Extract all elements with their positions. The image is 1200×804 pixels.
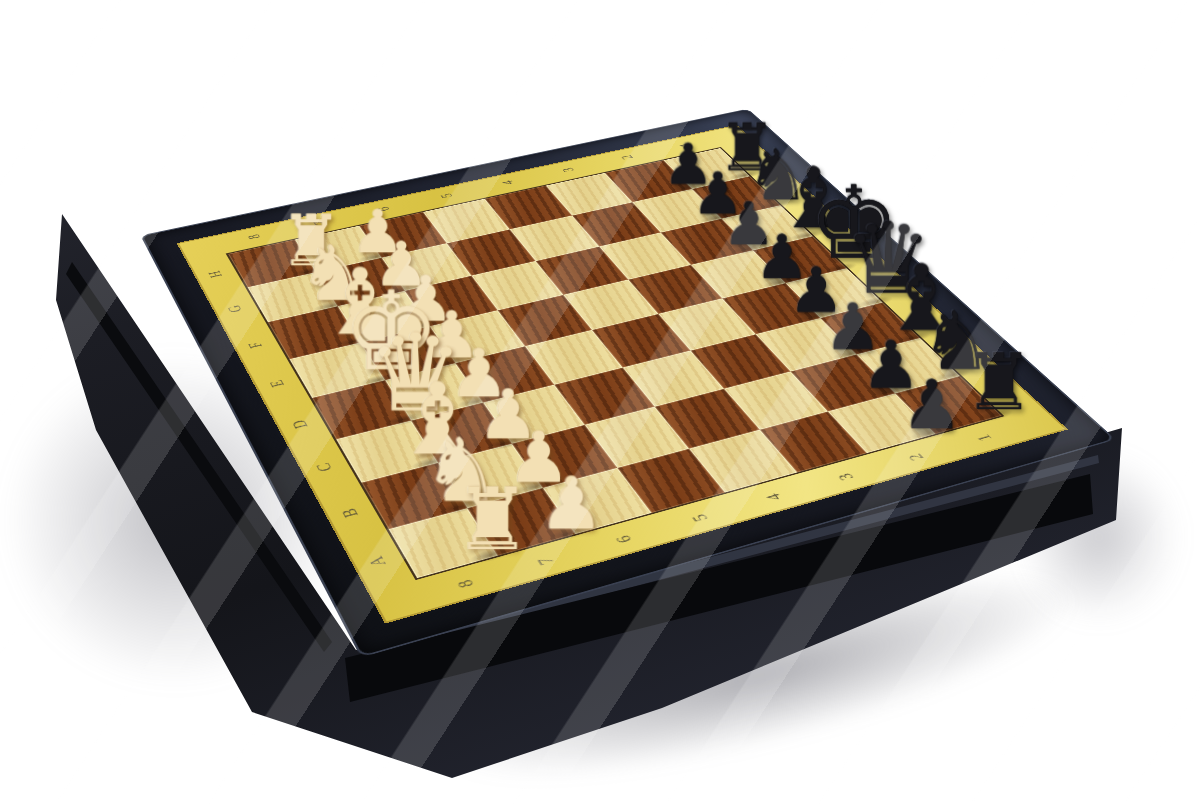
piece-white-rook-A8[interactable]: ♜: [435, 519, 545, 590]
white-rook-glyph: ♜: [450, 480, 535, 559]
black-rook-glyph: ♜: [959, 346, 1037, 418]
black-pawn-glyph: ♟: [892, 374, 971, 436]
product-photo-scene: 87654321 87654321 HGFEDCBA HGFEDCBA ♜♟♟♜…: [0, 0, 1200, 804]
white-pawn-glyph: ♟: [529, 470, 613, 537]
